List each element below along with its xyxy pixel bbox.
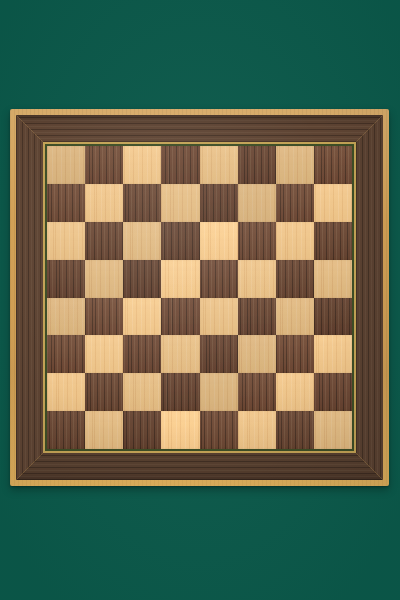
square-e4 [200,298,238,336]
square-f8 [238,146,276,184]
square-a1 [47,411,85,449]
square-f2 [238,373,276,411]
square-a4 [47,298,85,336]
square-d4 [161,298,199,336]
square-b2 [85,373,123,411]
square-d5 [161,260,199,298]
square-g8 [276,146,314,184]
square-a2 [47,373,85,411]
square-a8 [47,146,85,184]
board-frame-right [356,115,383,480]
square-h8 [314,146,352,184]
square-h6 [314,222,352,260]
square-e1 [200,411,238,449]
square-a7 [47,184,85,222]
square-b4 [85,298,123,336]
chess-board [10,109,389,486]
square-g5 [276,260,314,298]
board-squares-grid [47,146,352,449]
square-h2 [314,373,352,411]
square-h1 [314,411,352,449]
square-b1 [85,411,123,449]
square-b8 [85,146,123,184]
square-g4 [276,298,314,336]
square-f6 [238,222,276,260]
square-c6 [123,222,161,260]
square-d7 [161,184,199,222]
square-h5 [314,260,352,298]
square-d2 [161,373,199,411]
square-g7 [276,184,314,222]
square-b7 [85,184,123,222]
square-d8 [161,146,199,184]
square-e8 [200,146,238,184]
square-g6 [276,222,314,260]
square-b5 [85,260,123,298]
square-c8 [123,146,161,184]
square-d6 [161,222,199,260]
square-d1 [161,411,199,449]
square-g2 [276,373,314,411]
square-h4 [314,298,352,336]
board-frame-bottom [16,453,383,480]
board-frame-left [16,115,43,480]
square-c7 [123,184,161,222]
square-f7 [238,184,276,222]
square-e6 [200,222,238,260]
square-c2 [123,373,161,411]
square-a5 [47,260,85,298]
square-h7 [314,184,352,222]
square-e7 [200,184,238,222]
square-f3 [238,335,276,373]
square-b6 [85,222,123,260]
square-a6 [47,222,85,260]
square-c5 [123,260,161,298]
square-a3 [47,335,85,373]
table-background [0,0,400,600]
square-e3 [200,335,238,373]
square-g3 [276,335,314,373]
square-d3 [161,335,199,373]
square-e5 [200,260,238,298]
square-h3 [314,335,352,373]
square-g1 [276,411,314,449]
square-f5 [238,260,276,298]
square-b3 [85,335,123,373]
square-c4 [123,298,161,336]
square-e2 [200,373,238,411]
square-f4 [238,298,276,336]
square-c1 [123,411,161,449]
board-frame-top [16,115,383,142]
square-f1 [238,411,276,449]
square-c3 [123,335,161,373]
